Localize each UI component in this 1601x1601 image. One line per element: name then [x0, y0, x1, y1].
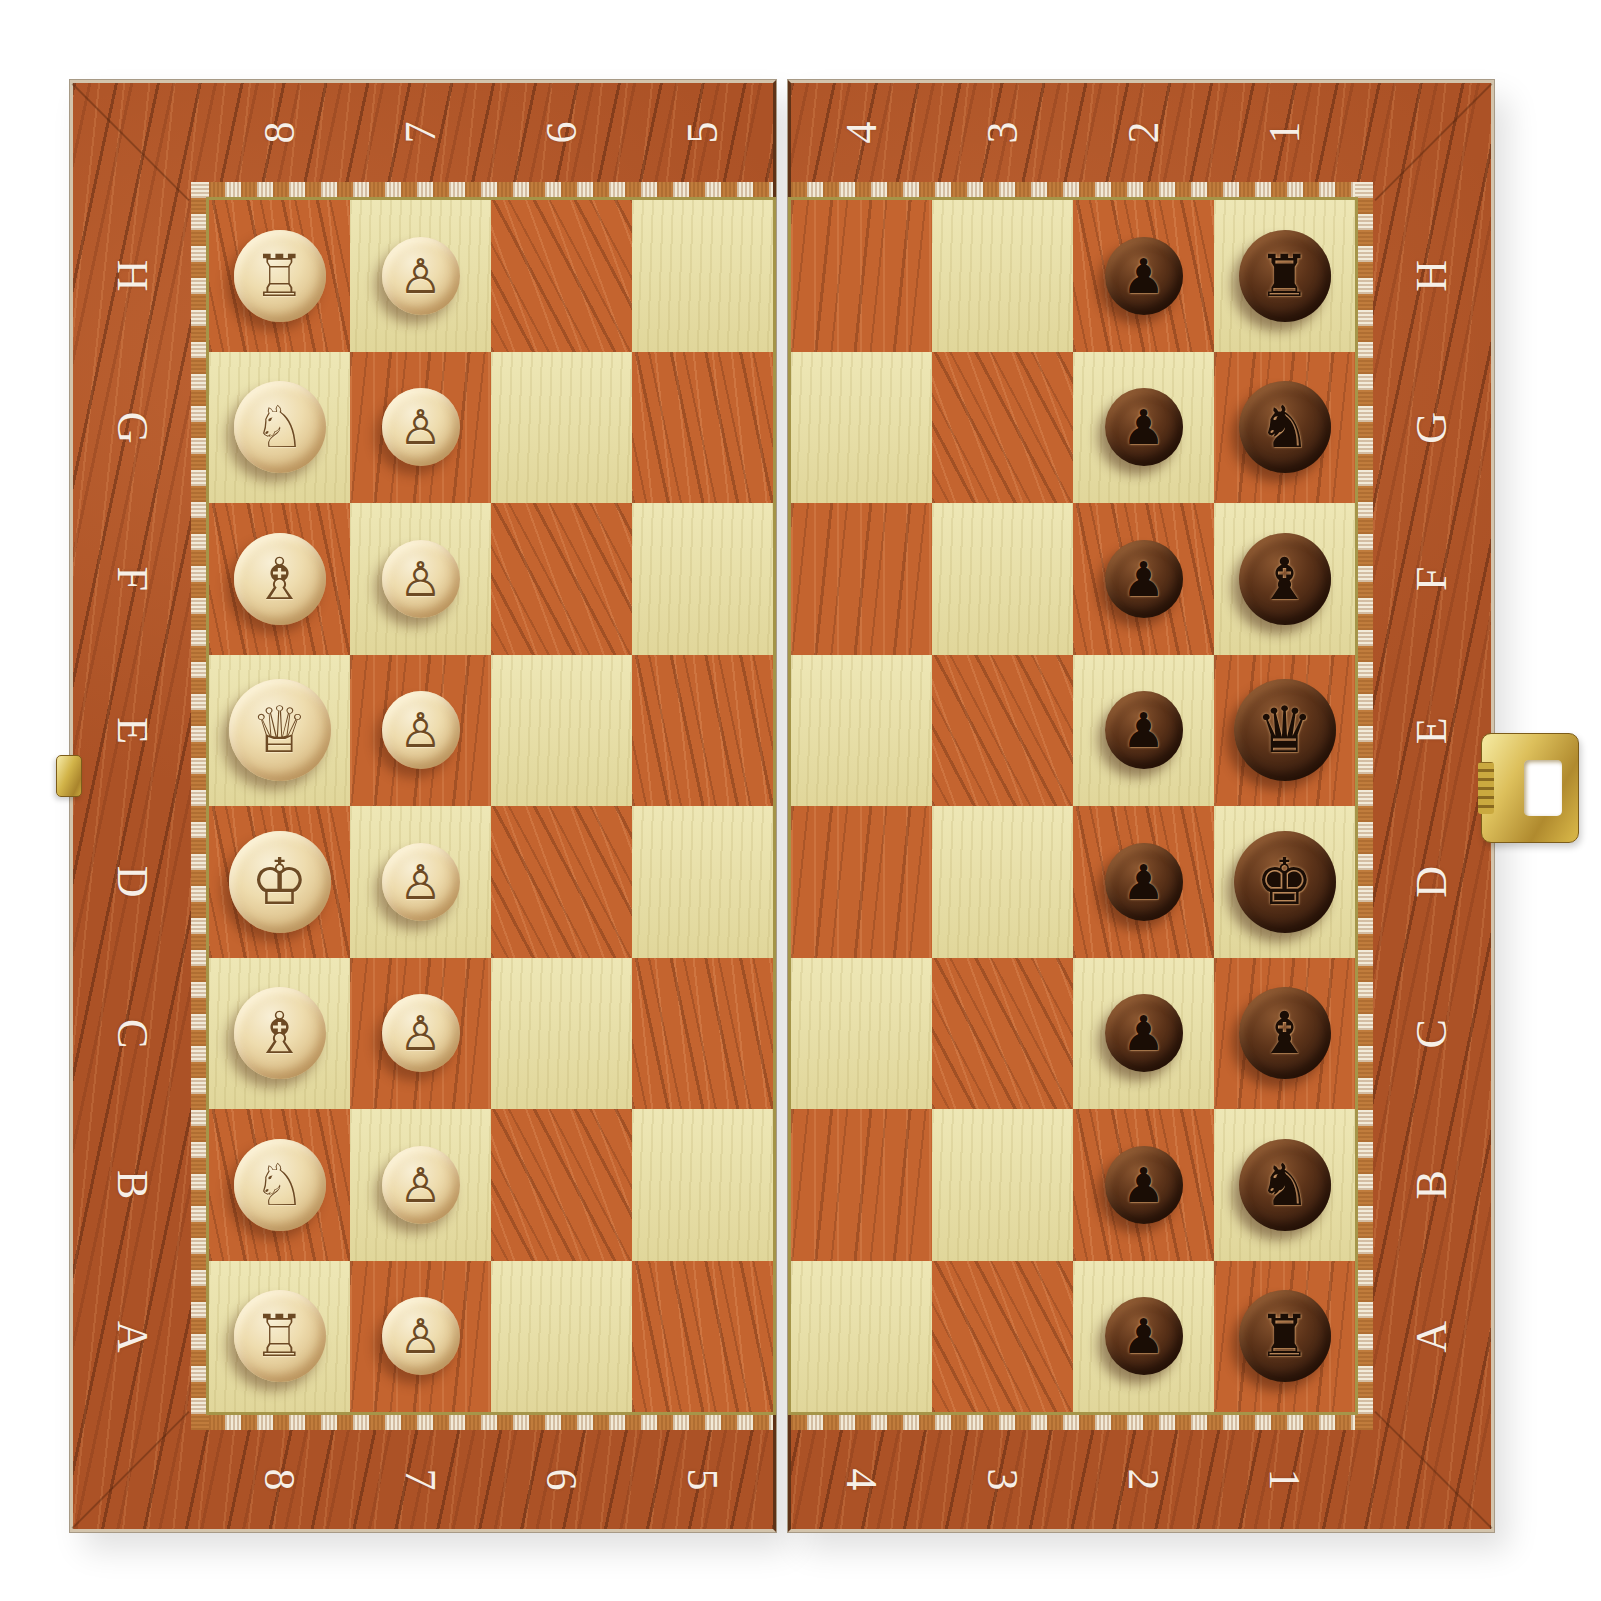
square-g8[interactable]: ♘: [209, 352, 350, 504]
piece-white-knight[interactable]: ♘: [234, 381, 326, 473]
square-h5[interactable]: [632, 200, 773, 352]
piece-white-rook[interactable]: ♖: [234, 230, 326, 322]
rank-label-2: 2: [1094, 1409, 1193, 1550]
piece-white-pawn[interactable]: ♙: [382, 1297, 460, 1375]
playing-field-right: ♟♜♟♞♟♝♟♛♟♚♟♝♟♞♟♜: [791, 200, 1355, 1412]
rank-label-7: 7: [371, 1409, 470, 1550]
file-label-A: A: [56, 1277, 208, 1395]
playing-field-left: ♖♙♘♙♗♙♕♙♔♙♗♙♘♙♖♙: [209, 200, 773, 1412]
square-b4[interactable]: [791, 1109, 932, 1261]
piece-white-bishop[interactable]: ♗: [234, 987, 326, 1079]
square-f4[interactable]: [791, 503, 932, 655]
board-half-right: 43214321HGFEDCBA♟♜♟♞♟♝♟♛♟♚♟♝♟♞♟♜: [788, 80, 1494, 1532]
square-b8[interactable]: ♘: [209, 1109, 350, 1261]
piece-white-pawn[interactable]: ♙: [382, 237, 460, 315]
chess-set-photo: 87658765HGFEDCBA♖♙♘♙♗♙♕♙♔♙♗♙♘♙♖♙43214321…: [0, 0, 1601, 1601]
file-label-H: H: [56, 217, 208, 335]
piece-black-pawn[interactable]: ♟: [1105, 388, 1183, 466]
square-h6[interactable]: [491, 200, 632, 352]
piece-black-pawn[interactable]: ♟: [1105, 843, 1183, 921]
rank-label-3: 3: [953, 1409, 1052, 1550]
piece-black-knight[interactable]: ♞: [1239, 1139, 1331, 1231]
inlay-strip-side: [191, 182, 209, 1430]
piece-black-queen[interactable]: ♛: [1234, 679, 1336, 781]
piece-black-rook[interactable]: ♜: [1239, 1290, 1331, 1382]
clasp-hole: [1524, 760, 1562, 816]
piece-black-pawn[interactable]: ♟: [1105, 1297, 1183, 1375]
piece-black-rook[interactable]: ♜: [1239, 230, 1331, 322]
square-e8[interactable]: ♕: [209, 655, 350, 807]
clasp-hinge: [1478, 762, 1494, 814]
square-b2[interactable]: ♟: [1073, 1109, 1214, 1261]
frame-mitre-seam: [72, 83, 190, 201]
square-a4[interactable]: [791, 1261, 932, 1413]
square-c3[interactable]: [932, 958, 1073, 1110]
square-d3[interactable]: [932, 806, 1073, 958]
square-h2[interactable]: ♟: [1073, 200, 1214, 352]
brass-pin: [56, 755, 82, 797]
piece-white-bishop[interactable]: ♗: [234, 533, 326, 625]
square-e2[interactable]: ♟: [1073, 655, 1214, 807]
rank-labels-top-right: 4321: [791, 83, 1355, 182]
square-e6[interactable]: [491, 655, 632, 807]
square-h8[interactable]: ♖: [209, 200, 350, 352]
square-h7[interactable]: ♙: [350, 200, 491, 352]
square-f2[interactable]: ♟: [1073, 503, 1214, 655]
inlay-strip-top: [209, 182, 773, 200]
brass-clasp: [1481, 733, 1579, 843]
square-f3[interactable]: [932, 503, 1073, 655]
file-labels-right: HGFEDCBA: [1373, 200, 1491, 1412]
square-g1[interactable]: ♞: [1214, 352, 1355, 504]
square-g6[interactable]: [491, 352, 632, 504]
square-g5[interactable]: [632, 352, 773, 504]
square-d8[interactable]: ♔: [209, 806, 350, 958]
rank-label-6: 6: [512, 1409, 611, 1550]
file-label-D: D: [56, 823, 208, 941]
square-a1[interactable]: ♜: [1214, 1261, 1355, 1413]
frame-mitre-seam: [72, 1411, 190, 1529]
square-e5[interactable]: [632, 655, 773, 807]
square-a7[interactable]: ♙: [350, 1261, 491, 1413]
rank-labels-bottom-right: 4321: [791, 1430, 1355, 1529]
square-g4[interactable]: [791, 352, 932, 504]
inlay-strip-side: [1355, 182, 1373, 1430]
piece-white-rook[interactable]: ♖: [234, 1290, 326, 1382]
piece-white-pawn[interactable]: ♙: [382, 843, 460, 921]
rank-labels-top-left: 8765: [209, 83, 773, 182]
file-label-B: B: [1356, 1126, 1508, 1244]
square-c8[interactable]: ♗: [209, 958, 350, 1110]
piece-white-pawn[interactable]: ♙: [382, 540, 460, 618]
square-f7[interactable]: ♙: [350, 503, 491, 655]
piece-white-pawn[interactable]: ♙: [382, 388, 460, 466]
file-label-A: A: [1356, 1277, 1508, 1395]
file-labels-left: HGFEDCBA: [73, 200, 191, 1412]
square-e3[interactable]: [932, 655, 1073, 807]
square-f8[interactable]: ♗: [209, 503, 350, 655]
file-label-F: F: [1356, 520, 1508, 638]
piece-white-pawn[interactable]: ♙: [382, 691, 460, 769]
square-b7[interactable]: ♙: [350, 1109, 491, 1261]
square-e4[interactable]: [791, 655, 932, 807]
inlay-strip-bottom: [209, 1412, 773, 1430]
frame-mitre-seam: [1374, 1411, 1492, 1529]
square-f5[interactable]: [632, 503, 773, 655]
square-c7[interactable]: ♙: [350, 958, 491, 1110]
square-b5[interactable]: [632, 1109, 773, 1261]
square-h4[interactable]: [791, 200, 932, 352]
square-g2[interactable]: ♟: [1073, 352, 1214, 504]
board-half-left: 87658765HGFEDCBA♖♙♘♙♗♙♕♙♔♙♗♙♘♙♖♙: [70, 80, 776, 1532]
file-label-H: H: [1356, 217, 1508, 335]
piece-black-knight[interactable]: ♞: [1239, 381, 1331, 473]
piece-black-pawn[interactable]: ♟: [1105, 1146, 1183, 1224]
square-f6[interactable]: [491, 503, 632, 655]
piece-black-king[interactable]: ♚: [1234, 831, 1336, 933]
square-a2[interactable]: ♟: [1073, 1261, 1214, 1413]
square-a8[interactable]: ♖: [209, 1261, 350, 1413]
rank-labels-bottom-left: 8765: [209, 1430, 773, 1529]
square-a6[interactable]: [491, 1261, 632, 1413]
file-label-G: G: [56, 368, 208, 486]
rank-label-4: 4: [812, 1409, 911, 1550]
file-label-G: G: [1356, 368, 1508, 486]
square-g7[interactable]: ♙: [350, 352, 491, 504]
square-a5[interactable]: [632, 1261, 773, 1413]
square-c4[interactable]: [791, 958, 932, 1110]
rank-label-5: 5: [653, 1409, 752, 1550]
square-d2[interactable]: ♟: [1073, 806, 1214, 958]
piece-black-bishop[interactable]: ♝: [1239, 533, 1331, 625]
square-c1[interactable]: ♝: [1214, 958, 1355, 1110]
square-h3[interactable]: [932, 200, 1073, 352]
rank-label-8: 8: [230, 1409, 329, 1550]
square-a3[interactable]: [932, 1261, 1073, 1413]
inlay-strip-top: [791, 182, 1355, 200]
piece-black-pawn[interactable]: ♟: [1105, 691, 1183, 769]
square-e1[interactable]: ♛: [1214, 655, 1355, 807]
rank-label-1: 1: [1235, 1409, 1334, 1550]
file-label-C: C: [56, 974, 208, 1092]
square-c2[interactable]: ♟: [1073, 958, 1214, 1110]
square-d7[interactable]: ♙: [350, 806, 491, 958]
file-label-C: C: [1356, 974, 1508, 1092]
piece-black-bishop[interactable]: ♝: [1239, 987, 1331, 1079]
square-b6[interactable]: [491, 1109, 632, 1261]
square-d1[interactable]: ♚: [1214, 806, 1355, 958]
file-label-B: B: [56, 1126, 208, 1244]
piece-white-pawn[interactable]: ♙: [382, 994, 460, 1072]
square-b1[interactable]: ♞: [1214, 1109, 1355, 1261]
square-e7[interactable]: ♙: [350, 655, 491, 807]
square-d4[interactable]: [791, 806, 932, 958]
piece-white-king[interactable]: ♔: [229, 831, 331, 933]
frame-mitre-seam: [1374, 83, 1492, 201]
square-d5[interactable]: [632, 806, 773, 958]
square-f1[interactable]: ♝: [1214, 503, 1355, 655]
piece-black-pawn[interactable]: ♟: [1105, 540, 1183, 618]
piece-black-pawn[interactable]: ♟: [1105, 994, 1183, 1072]
square-g3[interactable]: [932, 352, 1073, 504]
piece-black-pawn[interactable]: ♟: [1105, 237, 1183, 315]
square-b3[interactable]: [932, 1109, 1073, 1261]
piece-white-pawn[interactable]: ♙: [382, 1146, 460, 1224]
square-c6[interactable]: [491, 958, 632, 1110]
square-c5[interactable]: [632, 958, 773, 1110]
square-d6[interactable]: [491, 806, 632, 958]
piece-white-knight[interactable]: ♘: [234, 1139, 326, 1231]
file-label-F: F: [56, 520, 208, 638]
piece-white-queen[interactable]: ♕: [229, 679, 331, 781]
inlay-strip-bottom: [791, 1412, 1355, 1430]
square-h1[interactable]: ♜: [1214, 200, 1355, 352]
